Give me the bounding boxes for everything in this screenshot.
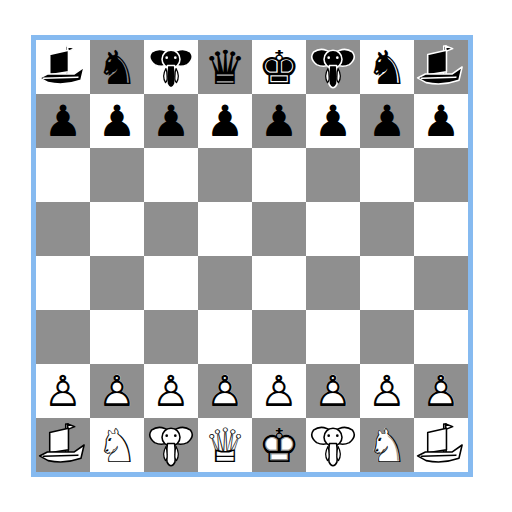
piece-white-pawn[interactable]: ♟♙ [414, 364, 468, 418]
square-d1[interactable]: ♛♕ [198, 418, 252, 472]
square-h2[interactable]: ♟♙ [414, 364, 468, 418]
square-c7[interactable]: ♟ [144, 94, 198, 148]
square-a8[interactable] [36, 40, 90, 94]
square-e2[interactable]: ♟♙ [252, 364, 306, 418]
piece-white-pawn[interactable]: ♟♙ [252, 364, 306, 418]
piece-black-queen-glyph: ♛ [204, 44, 246, 91]
square-d3[interactable] [198, 310, 252, 364]
boat-icon [416, 420, 466, 470]
piece-black-elephant-bishop[interactable] [308, 42, 358, 92]
square-f6[interactable] [306, 148, 360, 202]
piece-white-pawn[interactable]: ♟♙ [144, 364, 198, 418]
piece-black-king-glyph: ♚ [258, 44, 300, 91]
square-a2[interactable]: ♟♙ [36, 364, 90, 418]
piece-black-king[interactable]: ♚ [252, 40, 306, 94]
square-e6[interactable] [252, 148, 306, 202]
square-h8[interactable] [414, 40, 468, 94]
square-f8[interactable] [306, 40, 360, 94]
piece-black-boat-rook[interactable] [38, 42, 88, 92]
piece-black-knight[interactable]: ♞ [90, 40, 144, 94]
square-g1[interactable]: ♞♘ [360, 418, 414, 472]
piece-black-pawn-glyph: ♟ [422, 100, 461, 143]
square-h4[interactable] [414, 256, 468, 310]
piece-black-knight-glyph: ♞ [366, 44, 408, 91]
piece-white-pawn-outline-glyph: ♙ [260, 370, 299, 413]
square-a4[interactable] [36, 256, 90, 310]
piece-white-pawn[interactable]: ♟♙ [360, 364, 414, 418]
square-g5[interactable] [360, 202, 414, 256]
square-f2[interactable]: ♟♙ [306, 364, 360, 418]
piece-black-pawn[interactable]: ♟ [306, 94, 360, 148]
piece-black-elephant-bishop[interactable] [146, 42, 196, 92]
elephant-icon [146, 42, 196, 92]
piece-black-pawn[interactable]: ♟ [36, 94, 90, 148]
boat-icon [38, 42, 88, 92]
piece-white-pawn[interactable]: ♟♙ [306, 364, 360, 418]
piece-white-boat-rook[interactable] [38, 420, 88, 470]
square-b7[interactable]: ♟ [90, 94, 144, 148]
square-g3[interactable] [360, 310, 414, 364]
piece-white-knight[interactable]: ♞♘ [90, 418, 144, 472]
piece-white-pawn[interactable]: ♟♙ [198, 364, 252, 418]
piece-black-knight-glyph: ♞ [96, 44, 138, 91]
piece-black-pawn[interactable]: ♟ [414, 94, 468, 148]
square-g6[interactable] [360, 148, 414, 202]
piece-white-pawn[interactable]: ♟♙ [90, 364, 144, 418]
piece-black-pawn-glyph: ♟ [368, 100, 407, 143]
square-b3[interactable] [90, 310, 144, 364]
elephant-icon [308, 42, 358, 92]
boat-icon [38, 420, 88, 470]
square-e3[interactable] [252, 310, 306, 364]
square-f1[interactable] [306, 418, 360, 472]
piece-white-king-outline-glyph: ♔ [258, 422, 300, 469]
piece-black-pawn[interactable]: ♟ [360, 94, 414, 148]
square-a3[interactable] [36, 310, 90, 364]
square-c6[interactable] [144, 148, 198, 202]
chess-board-frame: ♞♛♚♞♟♟♟♟♟♟♟♟♟♙♟♙♟♙♟♙♟♙♟♙♟♙♟♙♞♘♛♕♚♔♞♘ [31, 35, 473, 477]
piece-white-pawn-outline-glyph: ♙ [368, 370, 407, 413]
piece-white-pawn-outline-glyph: ♙ [44, 370, 83, 413]
square-f5[interactable] [306, 202, 360, 256]
square-h3[interactable] [414, 310, 468, 364]
piece-white-knight-outline-glyph: ♘ [96, 422, 138, 469]
piece-black-knight[interactable]: ♞ [360, 40, 414, 94]
square-d2[interactable]: ♟♙ [198, 364, 252, 418]
square-a1[interactable] [36, 418, 90, 472]
square-d7[interactable]: ♟ [198, 94, 252, 148]
square-e4[interactable] [252, 256, 306, 310]
square-c3[interactable] [144, 310, 198, 364]
square-f7[interactable]: ♟ [306, 94, 360, 148]
square-c4[interactable] [144, 256, 198, 310]
square-a5[interactable] [36, 202, 90, 256]
piece-black-boat-rook[interactable] [416, 42, 466, 92]
square-b4[interactable] [90, 256, 144, 310]
piece-white-pawn-outline-glyph: ♙ [98, 370, 137, 413]
piece-white-king[interactable]: ♚♔ [252, 418, 306, 472]
square-d8[interactable]: ♛ [198, 40, 252, 94]
boat-icon [416, 42, 466, 92]
piece-black-pawn-glyph: ♟ [314, 100, 353, 143]
square-h7[interactable]: ♟ [414, 94, 468, 148]
piece-black-pawn[interactable]: ♟ [252, 94, 306, 148]
piece-black-pawn-glyph: ♟ [98, 100, 137, 143]
piece-black-pawn[interactable]: ♟ [90, 94, 144, 148]
square-d6[interactable] [198, 148, 252, 202]
square-b6[interactable] [90, 148, 144, 202]
piece-white-pawn-outline-glyph: ♙ [206, 370, 245, 413]
piece-white-knight[interactable]: ♞♘ [360, 418, 414, 472]
piece-black-pawn-glyph: ♟ [152, 100, 191, 143]
piece-white-knight-outline-glyph: ♘ [366, 422, 408, 469]
square-a6[interactable] [36, 148, 90, 202]
piece-white-boat-rook[interactable] [416, 420, 466, 470]
piece-white-pawn-outline-glyph: ♙ [314, 370, 353, 413]
square-g4[interactable] [360, 256, 414, 310]
piece-white-pawn[interactable]: ♟♙ [36, 364, 90, 418]
square-d4[interactable] [198, 256, 252, 310]
square-b1[interactable]: ♞♘ [90, 418, 144, 472]
piece-black-pawn[interactable]: ♟ [144, 94, 198, 148]
square-e7[interactable]: ♟ [252, 94, 306, 148]
square-e8[interactable]: ♚ [252, 40, 306, 94]
square-e5[interactable] [252, 202, 306, 256]
square-f3[interactable] [306, 310, 360, 364]
piece-white-elephant-bishop[interactable] [146, 420, 196, 470]
piece-white-queen-outline-glyph: ♕ [204, 422, 246, 469]
piece-white-pawn-outline-glyph: ♙ [422, 370, 461, 413]
square-h1[interactable] [414, 418, 468, 472]
chess-board: ♞♛♚♞♟♟♟♟♟♟♟♟♟♙♟♙♟♙♟♙♟♙♟♙♟♙♟♙♞♘♛♕♚♔♞♘ [36, 40, 468, 472]
square-e1[interactable]: ♚♔ [252, 418, 306, 472]
square-g8[interactable]: ♞ [360, 40, 414, 94]
square-f4[interactable] [306, 256, 360, 310]
square-a7[interactable]: ♟ [36, 94, 90, 148]
piece-white-elephant-bishop[interactable] [308, 420, 358, 470]
piece-black-pawn-glyph: ♟ [206, 100, 245, 143]
square-b2[interactable]: ♟♙ [90, 364, 144, 418]
piece-black-queen[interactable]: ♛ [198, 40, 252, 94]
square-c2[interactable]: ♟♙ [144, 364, 198, 418]
page-background: { "game": "chess", "set_theme": "chatura… [0, 0, 512, 512]
square-c8[interactable] [144, 40, 198, 94]
square-g2[interactable]: ♟♙ [360, 364, 414, 418]
square-b8[interactable]: ♞ [90, 40, 144, 94]
square-g7[interactable]: ♟ [360, 94, 414, 148]
elephant-icon [146, 420, 196, 470]
square-d5[interactable] [198, 202, 252, 256]
square-c5[interactable] [144, 202, 198, 256]
elephant-icon [308, 420, 358, 470]
piece-black-pawn[interactable]: ♟ [198, 94, 252, 148]
piece-black-pawn-glyph: ♟ [44, 100, 83, 143]
piece-black-pawn-glyph: ♟ [260, 100, 299, 143]
piece-white-pawn-outline-glyph: ♙ [152, 370, 191, 413]
square-b5[interactable] [90, 202, 144, 256]
square-c1[interactable] [144, 418, 198, 472]
square-h6[interactable] [414, 148, 468, 202]
square-h5[interactable] [414, 202, 468, 256]
piece-white-queen[interactable]: ♛♕ [198, 418, 252, 472]
